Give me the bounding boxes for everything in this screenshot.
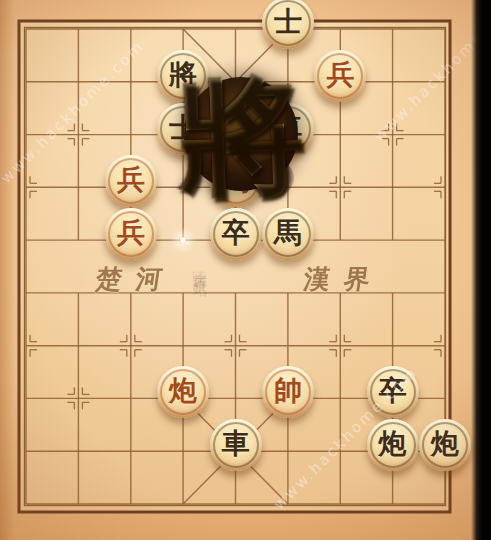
piece-glyph: 炮 <box>379 430 407 460</box>
piece-glyph: 車 <box>222 430 250 460</box>
piece-glyph: 兵 <box>117 219 145 249</box>
river-label-right: 漢界 <box>302 262 387 297</box>
piece-glyph: 帥 <box>274 377 302 407</box>
piece-glyph: 炮 <box>431 430 459 460</box>
check-banner-text: 將 <box>175 72 307 204</box>
piece-red-general[interactable]: 帥 <box>262 366 314 418</box>
piece-glyph: 兵 <box>326 61 354 91</box>
piece-black-chariot[interactable]: 車 <box>210 419 262 471</box>
xiangqi-screenshot: 楚河 漢界 士將兵士車兵馬兵卒馬炮帥卒車炮炮 將 www.hackhome.co… <box>0 0 491 540</box>
river-label-left: 楚河 <box>94 262 179 297</box>
piece-red-soldier[interactable]: 兵 <box>105 155 157 207</box>
piece-black-cannon[interactable]: 炮 <box>367 419 419 471</box>
piece-glyph: 士 <box>274 8 302 38</box>
piece-glyph: 炮 <box>169 377 197 407</box>
watermark-cn-text: 嗨客手机站 <box>190 258 209 273</box>
piece-black-advisor[interactable]: 士 <box>262 0 314 49</box>
screenshot-right-black-edge <box>471 0 491 540</box>
piece-red-soldier[interactable]: 兵 <box>105 208 157 260</box>
check-banner: 將 <box>151 49 331 227</box>
piece-glyph: 馬 <box>274 219 302 249</box>
piece-glyph: 兵 <box>117 166 145 196</box>
piece-black-cannon[interactable]: 炮 <box>419 419 471 471</box>
